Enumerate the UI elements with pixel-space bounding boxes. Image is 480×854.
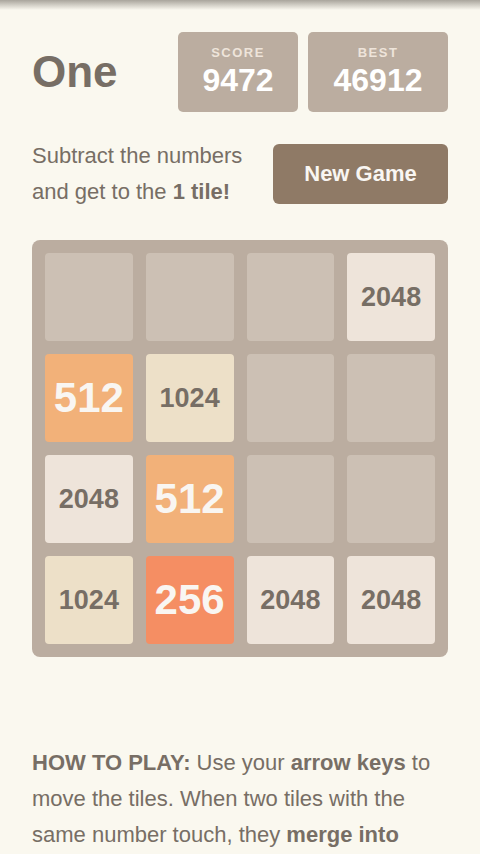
board-cell-empty <box>347 354 435 442</box>
tile-1024: 1024 <box>45 556 133 644</box>
score-box: SCORE 9472 <box>178 32 298 112</box>
board-cell-empty <box>347 455 435 543</box>
top-edge-shadow <box>0 0 480 10</box>
goal-text-line2-prefix: and get to the <box>32 179 173 204</box>
board-grid[interactable]: 204851210242048512102425620482048 <box>32 240 448 657</box>
tile-1024: 1024 <box>146 354 234 442</box>
howto-seg1: Use your <box>191 750 291 775</box>
tile-512: 512 <box>45 354 133 442</box>
score-panels: SCORE 9472 BEST 46912 <box>178 32 448 112</box>
howto-arrow-keys: arrow keys <box>291 750 406 775</box>
tile-2048: 2048 <box>347 556 435 644</box>
goal-text: Subtract the numbers and get to the 1 ti… <box>32 138 242 210</box>
board-cell-empty <box>45 253 133 341</box>
board-cell-empty <box>146 253 234 341</box>
goal-text-line2-bold: 1 tile! <box>173 179 230 204</box>
game-page: One SCORE 9472 BEST 46912 Subtract the n… <box>0 32 480 854</box>
board-cell-empty <box>247 455 335 543</box>
best-value: 46912 <box>334 61 423 99</box>
tile-256: 256 <box>146 556 234 644</box>
board-cell-empty <box>247 354 335 442</box>
goal-text-line2: and get to the 1 tile! <box>32 174 242 210</box>
new-game-button[interactable]: New Game <box>273 144 448 204</box>
score-label: SCORE <box>211 45 265 61</box>
how-to-play-label: HOW TO PLAY: <box>32 750 191 775</box>
tile-512: 512 <box>146 455 234 543</box>
intro-row: Subtract the numbers and get to the 1 ti… <box>32 138 448 210</box>
score-value: 9472 <box>202 61 273 99</box>
goal-text-line1: Subtract the numbers <box>32 138 242 174</box>
board-cell-empty <box>247 253 335 341</box>
best-label: BEST <box>358 45 399 61</box>
tile-2048: 2048 <box>45 455 133 543</box>
page-title: One <box>32 47 118 97</box>
tile-2048: 2048 <box>247 556 335 644</box>
header: One SCORE 9472 BEST 46912 <box>32 32 448 112</box>
best-score-box: BEST 46912 <box>308 32 448 112</box>
how-to-play-text: HOW TO PLAY: Use your arrow keys to move… <box>32 745 448 854</box>
tile-2048: 2048 <box>347 253 435 341</box>
